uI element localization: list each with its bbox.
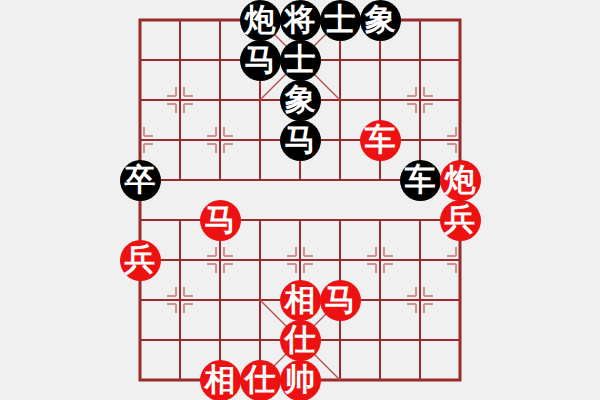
- piece-glyph: 象: [285, 84, 316, 115]
- piece-glyph: 车: [365, 124, 396, 155]
- piece-glyph: 仕: [285, 324, 316, 355]
- piece-glyph: 马: [245, 44, 276, 75]
- piece-black-general[interactable]: 将: [280, 0, 321, 41]
- piece-black-cannon[interactable]: 炮: [240, 0, 281, 41]
- piece-red-general[interactable]: 帅: [280, 360, 321, 400]
- piece-glyph: 士: [325, 4, 356, 35]
- piece-glyph: 仕: [245, 364, 276, 395]
- piece-black-advisor[interactable]: 士: [320, 0, 361, 41]
- piece-glyph: 帅: [285, 364, 316, 395]
- piece-glyph: 将: [285, 4, 316, 35]
- piece-red-cannon[interactable]: 炮: [440, 160, 481, 201]
- piece-glyph: 炮: [245, 4, 276, 35]
- piece-black-horse[interactable]: 马: [240, 40, 281, 81]
- piece-glyph: 相: [285, 284, 316, 315]
- piece-red-soldier[interactable]: 兵: [120, 240, 161, 281]
- piece-red-advisor[interactable]: 仕: [240, 360, 281, 400]
- piece-glyph: 炮: [445, 164, 476, 195]
- xiangqi-app: 炮将士象马士象马车卒车炮马兵兵相马仕相仕帅: [0, 0, 600, 400]
- piece-glyph: 马: [205, 204, 236, 235]
- piece-red-elephant[interactable]: 相: [200, 360, 241, 400]
- piece-red-advisor[interactable]: 仕: [280, 320, 321, 361]
- piece-black-elephant[interactable]: 象: [280, 80, 321, 121]
- piece-glyph: 马: [285, 124, 316, 155]
- piece-glyph: 兵: [125, 244, 156, 275]
- piece-glyph: 马: [325, 284, 356, 315]
- piece-red-chariot[interactable]: 车: [360, 120, 401, 161]
- piece-red-elephant[interactable]: 相: [280, 280, 321, 321]
- piece-glyph: 卒: [125, 164, 156, 195]
- piece-black-chariot[interactable]: 车: [400, 160, 441, 201]
- piece-black-advisor[interactable]: 士: [280, 40, 321, 81]
- piece-red-soldier[interactable]: 兵: [440, 200, 481, 241]
- piece-red-horse[interactable]: 马: [200, 200, 241, 241]
- piece-glyph: 象: [365, 4, 396, 35]
- piece-glyph: 兵: [445, 204, 476, 235]
- piece-glyph: 车: [405, 164, 436, 195]
- piece-black-elephant[interactable]: 象: [360, 0, 401, 41]
- piece-glyph: 士: [285, 44, 316, 75]
- piece-black-horse[interactable]: 马: [280, 120, 321, 161]
- piece-glyph: 相: [205, 364, 236, 395]
- piece-red-horse[interactable]: 马: [320, 280, 361, 321]
- piece-black-soldier[interactable]: 卒: [120, 160, 161, 201]
- pieces-layer: 炮将士象马士象马车卒车炮马兵兵相马仕相仕帅: [0, 0, 600, 400]
